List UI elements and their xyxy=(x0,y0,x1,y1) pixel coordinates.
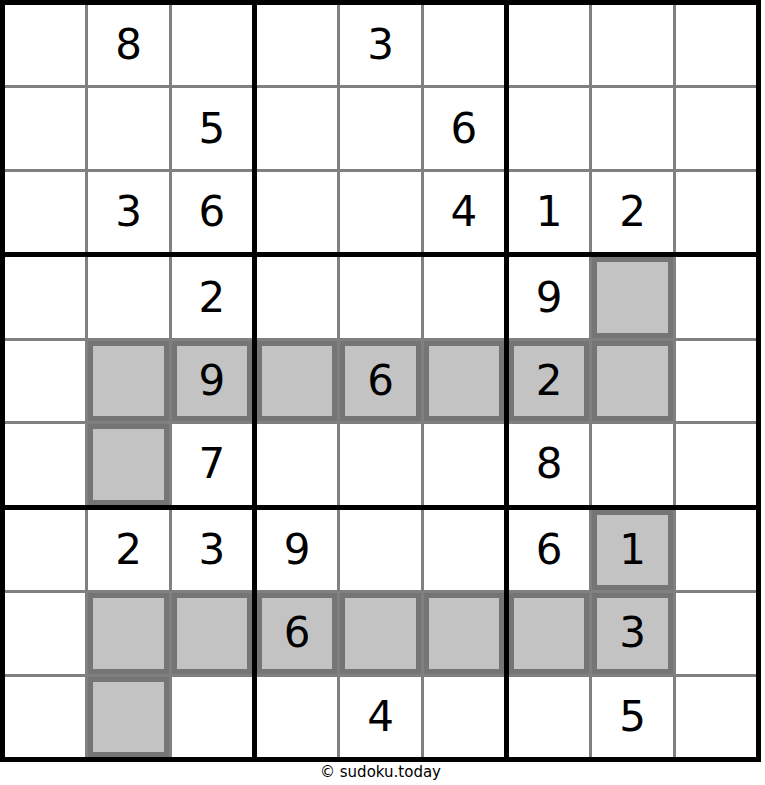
cell-r8c2[interactable] xyxy=(88,593,168,673)
cell-r7c4[interactable]: 9 xyxy=(257,510,337,590)
cell-r9c3[interactable] xyxy=(172,677,252,757)
cell-r6c9[interactable] xyxy=(676,424,756,504)
cell-r1c2[interactable]: 8 xyxy=(88,5,168,85)
box-1: 8536 xyxy=(5,5,252,252)
box-5: 6 xyxy=(257,257,504,504)
cell-r6c8[interactable] xyxy=(592,424,672,504)
cell-r8c1[interactable] xyxy=(5,593,85,673)
cell-r3c9[interactable] xyxy=(676,172,756,252)
cell-r7c6[interactable] xyxy=(424,510,504,590)
cell-r5c6[interactable] xyxy=(424,341,504,421)
sudoku-board: 8536364122976928239646135 xyxy=(0,0,761,762)
cell-r1c6[interactable] xyxy=(424,5,504,85)
cell-r2c4[interactable] xyxy=(257,88,337,168)
cell-r7c3[interactable]: 3 xyxy=(172,510,252,590)
box-6: 928 xyxy=(509,257,756,504)
sudoku-page: 8536364122976928239646135 © sudoku.today xyxy=(0,0,765,785)
cell-r1c3[interactable] xyxy=(172,5,252,85)
cell-r9c4[interactable] xyxy=(257,677,337,757)
cell-r6c6[interactable] xyxy=(424,424,504,504)
cell-r9c2[interactable] xyxy=(88,677,168,757)
cell-r4c5[interactable] xyxy=(340,257,420,337)
cell-r9c7[interactable] xyxy=(509,677,589,757)
cell-r6c2[interactable] xyxy=(88,424,168,504)
cell-r5c2[interactable] xyxy=(88,341,168,421)
cell-r2c8[interactable] xyxy=(592,88,672,168)
cell-r2c2[interactable] xyxy=(88,88,168,168)
cell-r3c5[interactable] xyxy=(340,172,420,252)
box-2: 364 xyxy=(257,5,504,252)
box-8: 964 xyxy=(257,510,504,757)
cell-r2c1[interactable] xyxy=(5,88,85,168)
cell-r4c2[interactable] xyxy=(88,257,168,337)
cell-r4c3[interactable]: 2 xyxy=(172,257,252,337)
cell-r8c6[interactable] xyxy=(424,593,504,673)
cell-r2c7[interactable] xyxy=(509,88,589,168)
cell-r5c4[interactable] xyxy=(257,341,337,421)
cell-r4c4[interactable] xyxy=(257,257,337,337)
cell-r1c7[interactable] xyxy=(509,5,589,85)
cell-r3c3[interactable]: 6 xyxy=(172,172,252,252)
cell-r5c1[interactable] xyxy=(5,341,85,421)
cell-r1c4[interactable] xyxy=(257,5,337,85)
cell-r4c1[interactable] xyxy=(5,257,85,337)
cell-r7c9[interactable] xyxy=(676,510,756,590)
cell-r7c5[interactable] xyxy=(340,510,420,590)
cell-r2c3[interactable]: 5 xyxy=(172,88,252,168)
box-4: 297 xyxy=(5,257,252,504)
cell-r5c8[interactable] xyxy=(592,341,672,421)
cell-r3c6[interactable]: 4 xyxy=(424,172,504,252)
cell-r4c7[interactable]: 9 xyxy=(509,257,589,337)
cell-r8c5[interactable] xyxy=(340,593,420,673)
cell-r4c6[interactable] xyxy=(424,257,504,337)
cell-r5c9[interactable] xyxy=(676,341,756,421)
cell-r6c7[interactable]: 8 xyxy=(509,424,589,504)
cell-r9c8[interactable]: 5 xyxy=(592,677,672,757)
cell-r4c8[interactable] xyxy=(592,257,672,337)
cell-r1c1[interactable] xyxy=(5,5,85,85)
cell-r1c5[interactable]: 3 xyxy=(340,5,420,85)
box-9: 6135 xyxy=(509,510,756,757)
cell-r8c7[interactable] xyxy=(509,593,589,673)
cell-r8c3[interactable] xyxy=(172,593,252,673)
cell-r2c5[interactable] xyxy=(340,88,420,168)
cell-r6c3[interactable]: 7 xyxy=(172,424,252,504)
box-7: 23 xyxy=(5,510,252,757)
cell-r9c9[interactable] xyxy=(676,677,756,757)
cell-r9c5[interactable]: 4 xyxy=(340,677,420,757)
cell-r9c6[interactable] xyxy=(424,677,504,757)
cell-r8c9[interactable] xyxy=(676,593,756,673)
cell-r2c9[interactable] xyxy=(676,88,756,168)
cell-r3c7[interactable]: 1 xyxy=(509,172,589,252)
cell-r6c1[interactable] xyxy=(5,424,85,504)
cell-r7c7[interactable]: 6 xyxy=(509,510,589,590)
cell-r2c6[interactable]: 6 xyxy=(424,88,504,168)
cell-r1c9[interactable] xyxy=(676,5,756,85)
cell-r7c8[interactable]: 1 xyxy=(592,510,672,590)
cell-r4c9[interactable] xyxy=(676,257,756,337)
cell-r3c2[interactable]: 3 xyxy=(88,172,168,252)
cell-r6c4[interactable] xyxy=(257,424,337,504)
cell-r5c7[interactable]: 2 xyxy=(509,341,589,421)
cell-r5c3[interactable]: 9 xyxy=(172,341,252,421)
cell-r7c1[interactable] xyxy=(5,510,85,590)
copyright-caption: © sudoku.today xyxy=(0,763,761,781)
cell-r6c5[interactable] xyxy=(340,424,420,504)
cell-r8c4[interactable]: 6 xyxy=(257,593,337,673)
cell-r5c5[interactable]: 6 xyxy=(340,341,420,421)
cell-r3c4[interactable] xyxy=(257,172,337,252)
cell-r3c8[interactable]: 2 xyxy=(592,172,672,252)
cell-r3c1[interactable] xyxy=(5,172,85,252)
cell-r8c8[interactable]: 3 xyxy=(592,593,672,673)
cell-r9c1[interactable] xyxy=(5,677,85,757)
cell-r7c2[interactable]: 2 xyxy=(88,510,168,590)
cell-r1c8[interactable] xyxy=(592,5,672,85)
box-3: 12 xyxy=(509,5,756,252)
